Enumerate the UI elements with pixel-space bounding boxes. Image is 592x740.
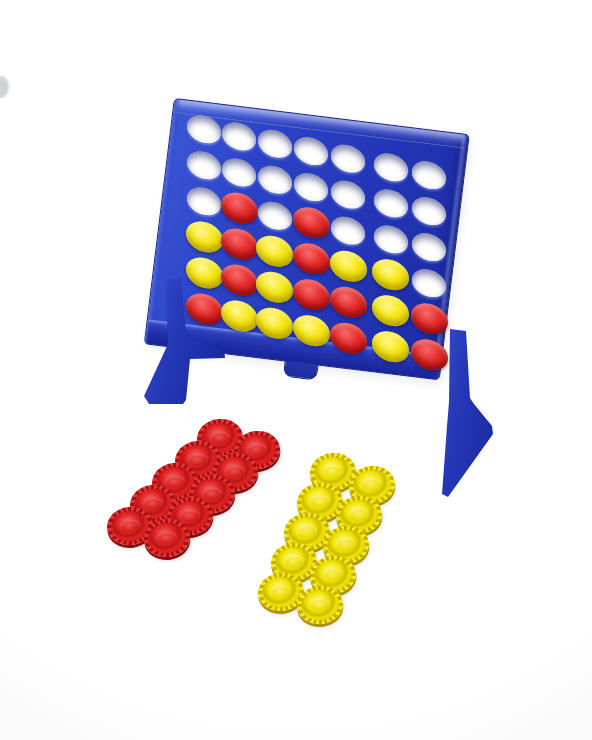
cell-r3c6-empty-hole[interactable] — [374, 222, 408, 256]
cell-r3c4-red-disc[interactable] — [293, 204, 330, 242]
cell-r3c2-red-disc[interactable] — [221, 189, 258, 227]
cell-r4c1-yellow-disc[interactable] — [186, 218, 223, 256]
cell-r1c1-empty-hole[interactable] — [187, 112, 221, 146]
cell-r1c4-empty-hole[interactable] — [294, 134, 328, 168]
cell-r4c4-red-disc[interactable] — [293, 240, 330, 278]
cell-r5c2-red-disc[interactable] — [221, 261, 258, 299]
cell-r3c7-empty-hole[interactable] — [412, 230, 446, 264]
cell-r6c5-red-disc[interactable] — [330, 319, 367, 357]
cell-r1c7-empty-hole[interactable] — [412, 158, 446, 192]
cell-r4c2-red-disc[interactable] — [221, 225, 258, 263]
cell-r5c3-yellow-disc[interactable] — [256, 268, 293, 306]
photo-artifact — [0, 76, 9, 98]
cell-r1c6-empty-hole[interactable] — [374, 150, 408, 184]
cell-r6c1-red-disc[interactable] — [186, 290, 223, 328]
cell-r5c1-yellow-disc[interactable] — [186, 254, 223, 292]
cell-r5c7-red-disc[interactable] — [411, 300, 448, 338]
cell-r1c3-empty-hole[interactable] — [258, 126, 292, 160]
cell-r6c3-yellow-disc[interactable] — [256, 304, 293, 342]
cell-r6c2-yellow-disc[interactable] — [221, 297, 258, 335]
cell-r5c6-yellow-disc[interactable] — [372, 292, 409, 330]
cell-r2c2-empty-hole[interactable] — [222, 155, 256, 189]
cell-r2c7-empty-hole[interactable] — [412, 194, 446, 228]
cell-r2c5-empty-hole[interactable] — [331, 177, 365, 211]
cell-r1c5-empty-hole[interactable] — [331, 141, 365, 175]
cell-r4c3-yellow-disc[interactable] — [256, 232, 293, 270]
cell-r2c6-empty-hole[interactable] — [374, 186, 408, 220]
cell-r2c3-empty-hole[interactable] — [258, 162, 292, 196]
cell-r4c7-empty-hole[interactable] — [412, 266, 446, 300]
cell-r5c5-red-disc[interactable] — [330, 283, 367, 321]
cell-r5c4-red-disc[interactable] — [293, 276, 330, 314]
cell-r6c6-yellow-disc[interactable] — [372, 328, 409, 366]
cell-r3c3-empty-hole[interactable] — [258, 198, 292, 232]
cell-r1c2-empty-hole[interactable] — [222, 119, 256, 153]
cell-r2c4-empty-hole[interactable] — [294, 170, 328, 204]
cell-r6c4-yellow-disc[interactable] — [293, 312, 330, 350]
cell-r6c7-red-disc[interactable] — [411, 336, 448, 374]
cell-r2c1-empty-hole[interactable] — [187, 148, 221, 182]
cell-r4c5-yellow-disc[interactable] — [330, 247, 367, 285]
cell-r4c6-yellow-disc[interactable] — [372, 256, 409, 294]
connect-four-product-photo — [0, 0, 592, 740]
cell-r3c5-empty-hole[interactable] — [331, 213, 365, 247]
cell-r3c1-empty-hole[interactable] — [187, 184, 221, 218]
